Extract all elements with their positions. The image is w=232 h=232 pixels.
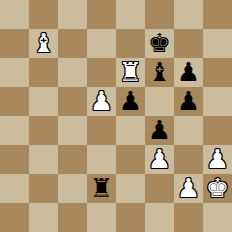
square-h1[interactable] [203, 203, 232, 232]
square-a3[interactable] [0, 145, 29, 174]
square-a8[interactable] [0, 0, 29, 29]
square-d7[interactable] [87, 29, 116, 58]
square-c5[interactable] [58, 87, 87, 116]
square-d8[interactable] [87, 0, 116, 29]
square-h3[interactable]: ♟ [203, 145, 232, 174]
square-f2[interactable] [145, 174, 174, 203]
square-e6[interactable]: ♜ [116, 58, 145, 87]
square-a5[interactable] [0, 87, 29, 116]
black-king-f7[interactable]: ♚ [148, 30, 171, 56]
square-h4[interactable] [203, 116, 232, 145]
square-d5[interactable]: ♟ [87, 87, 116, 116]
square-e4[interactable] [116, 116, 145, 145]
square-b8[interactable] [29, 0, 58, 29]
square-b7[interactable]: ♝ [29, 29, 58, 58]
square-d2[interactable]: ♜ [87, 174, 116, 203]
square-e8[interactable] [116, 0, 145, 29]
square-c8[interactable] [58, 0, 87, 29]
square-e7[interactable] [116, 29, 145, 58]
square-c6[interactable] [58, 58, 87, 87]
white-pawn-d5[interactable]: ♟ [90, 88, 113, 114]
square-b1[interactable] [29, 203, 58, 232]
square-a4[interactable] [0, 116, 29, 145]
square-e5[interactable]: ♟ [116, 87, 145, 116]
square-g7[interactable] [174, 29, 203, 58]
square-b6[interactable] [29, 58, 58, 87]
square-e3[interactable] [116, 145, 145, 174]
square-b4[interactable] [29, 116, 58, 145]
square-g2[interactable]: ♟ [174, 174, 203, 203]
square-b5[interactable] [29, 87, 58, 116]
square-f6[interactable]: ♝ [145, 58, 174, 87]
square-a2[interactable] [0, 174, 29, 203]
black-pawn-e5[interactable]: ♟ [119, 88, 142, 114]
square-a6[interactable] [0, 58, 29, 87]
square-a1[interactable] [0, 203, 29, 232]
square-a7[interactable] [0, 29, 29, 58]
square-h2[interactable]: ♚ [203, 174, 232, 203]
white-rook-e6[interactable]: ♜ [119, 59, 142, 85]
square-d6[interactable] [87, 58, 116, 87]
square-f3[interactable]: ♟ [145, 145, 174, 174]
black-pawn-f4[interactable]: ♟ [148, 117, 171, 143]
square-c4[interactable] [58, 116, 87, 145]
white-king-h2[interactable]: ♚ [206, 175, 229, 201]
square-g3[interactable] [174, 145, 203, 174]
square-g1[interactable] [174, 203, 203, 232]
chess-board: ♝♚♜♝♟♟♟♟♟♟♟♜♟♚ [0, 0, 232, 232]
square-f5[interactable] [145, 87, 174, 116]
square-f8[interactable] [145, 0, 174, 29]
square-d1[interactable] [87, 203, 116, 232]
square-c2[interactable] [58, 174, 87, 203]
black-bishop-f6[interactable]: ♝ [148, 59, 171, 85]
black-pawn-g6[interactable]: ♟ [177, 59, 200, 85]
square-h8[interactable] [203, 0, 232, 29]
square-c1[interactable] [58, 203, 87, 232]
square-h6[interactable] [203, 58, 232, 87]
square-f1[interactable] [145, 203, 174, 232]
square-b2[interactable] [29, 174, 58, 203]
square-e1[interactable] [116, 203, 145, 232]
white-pawn-f3[interactable]: ♟ [148, 146, 171, 172]
white-bishop-b7[interactable]: ♝ [32, 30, 55, 56]
square-g5[interactable]: ♟ [174, 87, 203, 116]
square-d4[interactable] [87, 116, 116, 145]
square-b3[interactable] [29, 145, 58, 174]
square-d3[interactable] [87, 145, 116, 174]
square-c3[interactable] [58, 145, 87, 174]
square-h7[interactable] [203, 29, 232, 58]
white-pawn-h3[interactable]: ♟ [206, 146, 229, 172]
square-f4[interactable]: ♟ [145, 116, 174, 145]
square-c7[interactable] [58, 29, 87, 58]
square-g4[interactable] [174, 116, 203, 145]
black-pawn-g5[interactable]: ♟ [177, 88, 200, 114]
square-g8[interactable] [174, 0, 203, 29]
square-f7[interactable]: ♚ [145, 29, 174, 58]
black-rook-d2[interactable]: ♜ [90, 175, 113, 201]
white-pawn-g2[interactable]: ♟ [177, 175, 200, 201]
square-g6[interactable]: ♟ [174, 58, 203, 87]
square-e2[interactable] [116, 174, 145, 203]
square-h5[interactable] [203, 87, 232, 116]
